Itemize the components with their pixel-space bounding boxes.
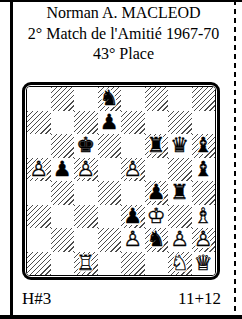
- card-border-bottom: [0, 315, 242, 319]
- piece-glyph: ♙: [74, 158, 98, 182]
- piece-black-rook: ♜♜: [145, 134, 169, 158]
- square-d8: ♞♞: [98, 87, 122, 111]
- square-e2: ♟♙: [121, 228, 145, 252]
- piece-glyph: ♕: [192, 252, 216, 276]
- square-d2: [98, 228, 122, 252]
- square-c5: ♟♙: [74, 158, 98, 182]
- piece-white-pawn: ♟♙: [121, 228, 145, 252]
- square-c8: [74, 87, 98, 111]
- piece-black-knight: ♞♞: [145, 228, 169, 252]
- square-b5: ♟♟: [51, 158, 75, 182]
- piece-black-pawn: ♟♟: [121, 205, 145, 229]
- piece-glyph: ♙: [168, 228, 192, 252]
- card-cut-line-right: [234, 0, 236, 319]
- chessboard: ♞♞♟♟♚♚♜♜♛♛♝♝♟♙♟♟♟♙♟♙♝♝♟♟♜♜♟♟♚♔♝♗♟♙♞♞♟♙♟♙…: [27, 87, 215, 275]
- problem-caption: H#3 11+12: [22, 289, 221, 309]
- square-f5: [145, 158, 169, 182]
- piece-white-pawn: ♟♙: [74, 158, 98, 182]
- square-e3: ♟♟: [121, 205, 145, 229]
- piece-black-bishop: ♝♝: [192, 158, 216, 182]
- square-f4: ♟♟: [145, 181, 169, 205]
- square-c2: [74, 228, 98, 252]
- square-g3: [168, 205, 192, 229]
- chessboard-frame: ♞♞♟♟♚♚♜♜♛♛♝♝♟♙♟♟♟♙♟♙♝♝♟♟♜♜♟♟♚♔♝♗♟♙♞♞♟♙♟♙…: [22, 82, 220, 280]
- piece-white-queen: ♛♕: [192, 252, 216, 276]
- piece-white-pawn: ♟♙: [192, 228, 216, 252]
- piece-white-king: ♚♔: [145, 205, 169, 229]
- square-d7: ♟♟: [98, 111, 122, 135]
- piece-glyph: ♟: [145, 181, 169, 205]
- award-place: 43° Place: [13, 44, 234, 65]
- piece-black-pawn: ♟♟: [98, 111, 122, 135]
- piece-glyph: ♙: [27, 158, 51, 182]
- square-c7: [74, 111, 98, 135]
- square-g1: ♞♘: [168, 252, 192, 276]
- piece-glyph: ♗: [192, 205, 216, 229]
- piece-glyph: ♝: [192, 158, 216, 182]
- square-a2: [27, 228, 51, 252]
- square-h5: ♝♝: [192, 158, 216, 182]
- square-b3: [51, 205, 75, 229]
- piece-glyph: ♖: [74, 252, 98, 276]
- square-f2: ♞♞: [145, 228, 169, 252]
- square-b8: [51, 87, 75, 111]
- square-g2: ♟♙: [168, 228, 192, 252]
- piece-glyph: ♟: [121, 205, 145, 229]
- piece-glyph: ♔: [145, 205, 169, 229]
- square-g5: [168, 158, 192, 182]
- piece-black-pawn: ♟♟: [145, 181, 169, 205]
- piece-glyph: ♚: [74, 134, 98, 158]
- piece-black-pawn: ♟♟: [51, 158, 75, 182]
- square-g8: [168, 87, 192, 111]
- square-d5: [98, 158, 122, 182]
- tourney-title: 2° Match de l'Amitié 1967-70: [13, 24, 234, 45]
- square-d6: [98, 134, 122, 158]
- square-e4: [121, 181, 145, 205]
- square-a5: ♟♙: [27, 158, 51, 182]
- square-d1: [98, 252, 122, 276]
- piece-white-pawn: ♟♙: [27, 158, 51, 182]
- piece-white-pawn: ♟♙: [121, 158, 145, 182]
- square-a8: [27, 87, 51, 111]
- square-h1: ♛♕: [192, 252, 216, 276]
- square-a3: [27, 205, 51, 229]
- square-b2: [51, 228, 75, 252]
- piece-white-rook: ♜♖: [74, 252, 98, 276]
- piece-glyph: ♘: [168, 252, 192, 276]
- piece-black-rook: ♜♜: [168, 181, 192, 205]
- piece-glyph: ♜: [168, 181, 192, 205]
- square-a1: [27, 252, 51, 276]
- square-a7: [27, 111, 51, 135]
- composer-name: Norman A. MACLEOD: [13, 3, 234, 24]
- square-e5: ♟♙: [121, 158, 145, 182]
- square-b7: [51, 111, 75, 135]
- card-border-top: [0, 0, 242, 2]
- piece-black-knight: ♞♞: [98, 87, 122, 111]
- square-f7: [145, 111, 169, 135]
- problem-card: { "header": { "line1": "Norman A. MACLEO…: [0, 0, 242, 319]
- piece-glyph: ♛: [168, 134, 192, 158]
- piece-glyph: ♝: [192, 134, 216, 158]
- square-h6: ♝♝: [192, 134, 216, 158]
- piece-black-king: ♚♚: [74, 134, 98, 158]
- piece-black-bishop: ♝♝: [192, 134, 216, 158]
- square-d3: [98, 205, 122, 229]
- square-b1: [51, 252, 75, 276]
- square-f8: [145, 87, 169, 111]
- piece-glyph: ♜: [145, 134, 169, 158]
- square-h3: ♝♗: [192, 205, 216, 229]
- square-c6: ♚♚: [74, 134, 98, 158]
- square-b4: [51, 181, 75, 205]
- piece-white-knight: ♞♘: [168, 252, 192, 276]
- square-c4: [74, 181, 98, 205]
- square-f3: ♚♔: [145, 205, 169, 229]
- piece-glyph: ♟: [51, 158, 75, 182]
- square-a4: [27, 181, 51, 205]
- square-h7: [192, 111, 216, 135]
- material-count-label: 11+12: [178, 289, 221, 309]
- square-g4: ♜♜: [168, 181, 192, 205]
- square-c1: ♜♖: [74, 252, 98, 276]
- square-a6: [27, 134, 51, 158]
- piece-glyph: ♟: [98, 111, 122, 135]
- piece-glyph: ♞: [98, 87, 122, 111]
- square-e8: [121, 87, 145, 111]
- square-c3: [74, 205, 98, 229]
- square-e1: [121, 252, 145, 276]
- square-b6: [51, 134, 75, 158]
- square-e7: [121, 111, 145, 135]
- square-e6: [121, 134, 145, 158]
- square-d4: [98, 181, 122, 205]
- square-h8: [192, 87, 216, 111]
- chessboard-inner-border: ♞♞♟♟♚♚♜♜♛♛♝♝♟♙♟♟♟♙♟♙♝♝♟♟♜♜♟♟♚♔♝♗♟♙♞♞♟♙♟♙…: [26, 86, 216, 276]
- square-h4: [192, 181, 216, 205]
- square-h2: ♟♙: [192, 228, 216, 252]
- piece-glyph: ♙: [121, 228, 145, 252]
- piece-white-bishop: ♝♗: [192, 205, 216, 229]
- piece-glyph: ♞: [145, 228, 169, 252]
- square-g6: ♛♛: [168, 134, 192, 158]
- piece-glyph: ♙: [192, 228, 216, 252]
- square-g7: [168, 111, 192, 135]
- square-f1: [145, 252, 169, 276]
- square-f6: ♜♜: [145, 134, 169, 158]
- problem-header: Norman A. MACLEOD 2° Match de l'Amitié 1…: [13, 3, 234, 65]
- stipulation-label: H#3: [22, 289, 51, 309]
- piece-glyph: ♙: [121, 158, 145, 182]
- piece-white-pawn: ♟♙: [168, 228, 192, 252]
- piece-black-queen: ♛♛: [168, 134, 192, 158]
